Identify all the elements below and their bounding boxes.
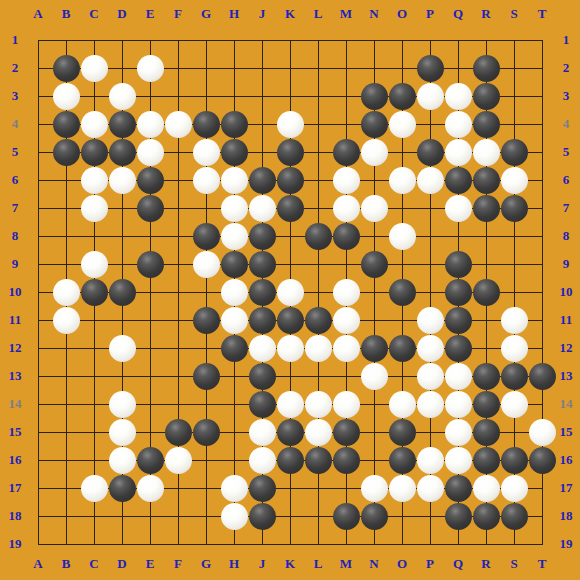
white-stone-O14	[389, 391, 416, 418]
white-stone-L14	[305, 391, 332, 418]
white-stone-B11	[53, 307, 80, 334]
white-stone-H17	[221, 475, 248, 502]
white-stone-J16	[249, 447, 276, 474]
white-stone-M6	[333, 167, 360, 194]
white-stone-K12	[277, 335, 304, 362]
column-label-top: N	[369, 7, 378, 21]
column-label-bottom: Q	[453, 557, 463, 571]
row-label-right: 13	[560, 369, 573, 383]
white-stone-C4	[81, 111, 108, 138]
black-stone-Q11	[445, 307, 472, 334]
column-label-bottom: S	[510, 557, 517, 571]
white-stone-F4	[165, 111, 192, 138]
row-label-right: 12	[560, 341, 573, 355]
row-label-right: 6	[563, 173, 570, 187]
white-stone-S14	[501, 391, 528, 418]
column-label-top: A	[33, 7, 42, 21]
black-stone-R4	[473, 111, 500, 138]
white-stone-S12	[501, 335, 528, 362]
column-label-bottom: G	[201, 557, 211, 571]
white-stone-E4	[137, 111, 164, 138]
column-label-bottom: T	[538, 557, 547, 571]
white-stone-D14	[109, 391, 136, 418]
white-stone-D6	[109, 167, 136, 194]
white-stone-R17	[473, 475, 500, 502]
column-label-top: S	[510, 7, 517, 21]
white-stone-N5	[361, 139, 388, 166]
black-stone-R10	[473, 279, 500, 306]
black-stone-J14	[249, 391, 276, 418]
black-stone-J11	[249, 307, 276, 334]
black-stone-C10	[81, 279, 108, 306]
row-label-right: 16	[560, 453, 573, 467]
row-label-left: 4	[12, 117, 19, 131]
black-stone-Q18	[445, 503, 472, 530]
black-stone-R14	[473, 391, 500, 418]
black-stone-P2	[417, 55, 444, 82]
column-label-top: R	[481, 7, 490, 21]
white-stone-M12	[333, 335, 360, 362]
black-stone-E7	[137, 195, 164, 222]
white-stone-D12	[109, 335, 136, 362]
column-label-bottom: R	[481, 557, 490, 571]
white-stone-K4	[277, 111, 304, 138]
black-stone-M15	[333, 419, 360, 446]
black-stone-B2	[53, 55, 80, 82]
white-stone-R5	[473, 139, 500, 166]
white-stone-Q4	[445, 111, 472, 138]
white-stone-O17	[389, 475, 416, 502]
row-label-left: 18	[9, 509, 22, 523]
column-label-bottom: E	[146, 557, 155, 571]
black-stone-K15	[277, 419, 304, 446]
black-stone-S16	[501, 447, 528, 474]
column-label-bottom: P	[426, 557, 434, 571]
black-stone-H9	[221, 251, 248, 278]
black-stone-D10	[109, 279, 136, 306]
white-stone-B10	[53, 279, 80, 306]
white-stone-K10	[277, 279, 304, 306]
black-stone-O12	[389, 335, 416, 362]
white-stone-Q7	[445, 195, 472, 222]
column-label-top: E	[146, 7, 155, 21]
black-stone-N9	[361, 251, 388, 278]
black-stone-N18	[361, 503, 388, 530]
row-label-left: 14	[9, 397, 22, 411]
column-label-bottom: L	[314, 557, 323, 571]
column-label-top: O	[397, 7, 407, 21]
row-label-right: 11	[560, 313, 572, 327]
column-label-top: C	[89, 7, 98, 21]
white-stone-O8	[389, 223, 416, 250]
black-stone-G13	[193, 363, 220, 390]
row-label-left: 6	[12, 173, 19, 187]
row-label-left: 17	[9, 481, 22, 495]
row-label-right: 3	[563, 89, 570, 103]
row-label-left: 7	[12, 201, 19, 215]
column-label-bottom: B	[62, 557, 71, 571]
white-stone-L15	[305, 419, 332, 446]
row-label-right: 18	[560, 509, 573, 523]
row-label-right: 7	[563, 201, 570, 215]
black-stone-N3	[361, 83, 388, 110]
black-stone-E6	[137, 167, 164, 194]
screen: { "game": "go", "board": { "size": 19, "…	[0, 0, 580, 580]
black-stone-K5	[277, 139, 304, 166]
white-stone-O6	[389, 167, 416, 194]
black-stone-D5	[109, 139, 136, 166]
column-label-top: J	[259, 7, 266, 21]
white-stone-P11	[417, 307, 444, 334]
black-stone-K16	[277, 447, 304, 474]
white-stone-M14	[333, 391, 360, 418]
row-label-right: 2	[563, 61, 570, 75]
black-stone-L11	[305, 307, 332, 334]
black-stone-R15	[473, 419, 500, 446]
black-stone-S5	[501, 139, 528, 166]
black-stone-S7	[501, 195, 528, 222]
white-stone-M10	[333, 279, 360, 306]
white-stone-S11	[501, 307, 528, 334]
black-stone-G4	[193, 111, 220, 138]
white-stone-S6	[501, 167, 528, 194]
white-stone-J15	[249, 419, 276, 446]
black-stone-K6	[277, 167, 304, 194]
black-stone-B5	[53, 139, 80, 166]
row-label-right: 8	[563, 229, 570, 243]
black-stone-J9	[249, 251, 276, 278]
white-stone-C7	[81, 195, 108, 222]
black-stone-G15	[193, 419, 220, 446]
black-stone-J18	[249, 503, 276, 530]
white-stone-C2	[81, 55, 108, 82]
black-stone-T16	[529, 447, 556, 474]
white-stone-K14	[277, 391, 304, 418]
white-stone-H7	[221, 195, 248, 222]
column-label-bottom: C	[89, 557, 98, 571]
white-stone-F16	[165, 447, 192, 474]
white-stone-D15	[109, 419, 136, 446]
white-stone-G5	[193, 139, 220, 166]
black-stone-K7	[277, 195, 304, 222]
white-stone-C6	[81, 167, 108, 194]
white-stone-E17	[137, 475, 164, 502]
white-stone-P16	[417, 447, 444, 474]
white-stone-C9	[81, 251, 108, 278]
black-stone-L8	[305, 223, 332, 250]
white-stone-H11	[221, 307, 248, 334]
black-stone-G11	[193, 307, 220, 334]
black-stone-S18	[501, 503, 528, 530]
black-stone-J10	[249, 279, 276, 306]
black-stone-M16	[333, 447, 360, 474]
row-label-right: 17	[560, 481, 573, 495]
white-stone-H10	[221, 279, 248, 306]
column-label-top: D	[117, 7, 126, 21]
black-stone-C5	[81, 139, 108, 166]
black-stone-J13	[249, 363, 276, 390]
white-stone-Q16	[445, 447, 472, 474]
white-stone-D16	[109, 447, 136, 474]
white-stone-P17	[417, 475, 444, 502]
white-stone-Q14	[445, 391, 472, 418]
row-label-left: 3	[12, 89, 19, 103]
column-label-bottom: A	[33, 557, 42, 571]
black-stone-M18	[333, 503, 360, 530]
black-stone-E16	[137, 447, 164, 474]
white-stone-G9	[193, 251, 220, 278]
column-label-top: K	[285, 7, 295, 21]
row-label-right: 10	[560, 285, 573, 299]
white-stone-P6	[417, 167, 444, 194]
row-label-right: 5	[563, 145, 570, 159]
grid-line-horizontal	[38, 544, 543, 545]
column-label-bottom: F	[174, 557, 182, 571]
column-label-top: B	[62, 7, 71, 21]
column-label-top: H	[229, 7, 239, 21]
column-label-top: G	[201, 7, 211, 21]
black-stone-G8	[193, 223, 220, 250]
black-stone-B4	[53, 111, 80, 138]
white-stone-G6	[193, 167, 220, 194]
white-stone-E5	[137, 139, 164, 166]
column-label-bottom: N	[369, 557, 378, 571]
white-stone-Q15	[445, 419, 472, 446]
white-stone-P12	[417, 335, 444, 362]
black-stone-H12	[221, 335, 248, 362]
go-board[interactable]: AABBCCDDEEFFGGHHJJKKLLMMNNOOPPQQRRSSTT11…	[0, 0, 580, 580]
white-stone-N17	[361, 475, 388, 502]
white-stone-J7	[249, 195, 276, 222]
black-stone-Q12	[445, 335, 472, 362]
black-stone-F15	[165, 419, 192, 446]
white-stone-S17	[501, 475, 528, 502]
row-label-left: 9	[12, 257, 19, 271]
black-stone-S13	[501, 363, 528, 390]
row-label-left: 13	[9, 369, 22, 383]
white-stone-N7	[361, 195, 388, 222]
black-stone-L16	[305, 447, 332, 474]
column-label-bottom: M	[340, 557, 352, 571]
white-stone-B3	[53, 83, 80, 110]
black-stone-J8	[249, 223, 276, 250]
black-stone-R16	[473, 447, 500, 474]
black-stone-Q6	[445, 167, 472, 194]
white-stone-H8	[221, 223, 248, 250]
white-stone-P13	[417, 363, 444, 390]
white-stone-O4	[389, 111, 416, 138]
column-label-top: L	[314, 7, 323, 21]
row-label-right: 19	[560, 537, 573, 551]
black-stone-M8	[333, 223, 360, 250]
black-stone-R18	[473, 503, 500, 530]
black-stone-E9	[137, 251, 164, 278]
row-label-left: 12	[9, 341, 22, 355]
column-label-top: M	[340, 7, 352, 21]
white-stone-E2	[137, 55, 164, 82]
black-stone-R2	[473, 55, 500, 82]
column-label-top: F	[174, 7, 182, 21]
white-stone-P3	[417, 83, 444, 110]
black-stone-O3	[389, 83, 416, 110]
black-stone-J17	[249, 475, 276, 502]
black-stone-D17	[109, 475, 136, 502]
white-stone-C17	[81, 475, 108, 502]
row-label-right: 1	[563, 33, 570, 47]
column-label-top: T	[538, 7, 547, 21]
column-label-top: Q	[453, 7, 463, 21]
black-stone-O10	[389, 279, 416, 306]
black-stone-N4	[361, 111, 388, 138]
black-stone-H4	[221, 111, 248, 138]
column-label-bottom: J	[259, 557, 266, 571]
row-label-right: 4	[563, 117, 570, 131]
white-stone-Q13	[445, 363, 472, 390]
white-stone-Q5	[445, 139, 472, 166]
column-label-bottom: O	[397, 557, 407, 571]
black-stone-R3	[473, 83, 500, 110]
black-stone-Q9	[445, 251, 472, 278]
black-stone-J6	[249, 167, 276, 194]
column-label-bottom: K	[285, 557, 295, 571]
black-stone-K11	[277, 307, 304, 334]
black-stone-D4	[109, 111, 136, 138]
white-stone-J12	[249, 335, 276, 362]
black-stone-R7	[473, 195, 500, 222]
white-stone-M11	[333, 307, 360, 334]
row-label-right: 9	[563, 257, 570, 271]
black-stone-M5	[333, 139, 360, 166]
black-stone-R6	[473, 167, 500, 194]
row-label-left: 16	[9, 453, 22, 467]
white-stone-T15	[529, 419, 556, 446]
white-stone-D3	[109, 83, 136, 110]
white-stone-L12	[305, 335, 332, 362]
black-stone-H5	[221, 139, 248, 166]
black-stone-O15	[389, 419, 416, 446]
column-label-bottom: D	[117, 557, 126, 571]
black-stone-N12	[361, 335, 388, 362]
row-label-left: 8	[12, 229, 19, 243]
row-label-left: 5	[12, 145, 19, 159]
row-label-right: 14	[560, 397, 573, 411]
black-stone-Q17	[445, 475, 472, 502]
column-label-bottom: H	[229, 557, 239, 571]
row-label-left: 19	[9, 537, 22, 551]
row-label-left: 11	[9, 313, 21, 327]
white-stone-M7	[333, 195, 360, 222]
row-label-right: 15	[560, 425, 573, 439]
row-label-left: 1	[12, 33, 19, 47]
black-stone-R13	[473, 363, 500, 390]
white-stone-H18	[221, 503, 248, 530]
column-label-top: P	[426, 7, 434, 21]
white-stone-N13	[361, 363, 388, 390]
white-stone-H6	[221, 167, 248, 194]
black-stone-Q10	[445, 279, 472, 306]
row-label-left: 15	[9, 425, 22, 439]
black-stone-T13	[529, 363, 556, 390]
white-stone-Q3	[445, 83, 472, 110]
row-label-left: 10	[9, 285, 22, 299]
white-stone-P14	[417, 391, 444, 418]
black-stone-P5	[417, 139, 444, 166]
black-stone-O16	[389, 447, 416, 474]
row-label-left: 2	[12, 61, 19, 75]
